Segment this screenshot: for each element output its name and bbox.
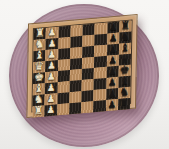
black-pawn-piece[interactable]: ♟ bbox=[109, 21, 118, 31]
black-pawn-piece[interactable]: ♟ bbox=[108, 66, 117, 76]
square-h5[interactable] bbox=[81, 101, 93, 113]
square-h2[interactable]: ♟ bbox=[45, 104, 57, 116]
white-pawn-piece[interactable]: ♟ bbox=[47, 49, 56, 59]
white-rook-piece[interactable]: ♜ bbox=[34, 104, 44, 116]
white-pawn-piece[interactable]: ♟ bbox=[47, 82, 56, 92]
square-h6[interactable] bbox=[93, 100, 105, 112]
black-pawn-piece[interactable]: ♟ bbox=[108, 77, 117, 87]
white-pawn-piece[interactable]: ♟ bbox=[47, 60, 56, 70]
square-h3[interactable] bbox=[57, 103, 69, 115]
white-pawn-piece[interactable]: ♟ bbox=[46, 104, 55, 114]
black-pawn-piece[interactable]: ♟ bbox=[108, 44, 117, 54]
board-grid: ♜♟♟♜♞♟♟♞♝♟♟♝♛♟♟♛♚♟♟♚♝♟♟♝♞♟♟♞♜♟♟♜ bbox=[31, 19, 132, 112]
black-pawn-piece[interactable]: ♟ bbox=[108, 55, 117, 65]
black-pawn-piece[interactable]: ♟ bbox=[108, 88, 117, 98]
chessboard: ♜♟♟♜♞♟♟♞♝♟♟♝♛♟♟♛♚♟♟♚♝♟♟♝♞♟♟♞♜♟♟♜ bbox=[26, 14, 137, 118]
white-pawn-piece[interactable]: ♟ bbox=[48, 38, 57, 48]
scene-background: ♜♟♟♜♞♟♟♞♝♟♟♝♛♟♟♛♚♟♟♚♝♟♟♝♞♟♟♞♜♟♟♜ bbox=[0, 0, 169, 149]
black-pawn-piece[interactable]: ♟ bbox=[107, 99, 116, 109]
white-pawn-piece[interactable]: ♟ bbox=[47, 71, 56, 81]
black-pawn-piece[interactable]: ♟ bbox=[109, 33, 118, 43]
board-wooden-frame: ♜♟♟♜♞♟♟♞♝♟♟♝♛♟♟♛♚♟♟♚♝♟♟♝♞♟♟♞♜♟♟♜ bbox=[26, 14, 137, 118]
white-pawn-piece[interactable]: ♟ bbox=[47, 93, 56, 103]
white-pawn-piece[interactable]: ♟ bbox=[48, 27, 57, 37]
square-h8[interactable]: ♜ bbox=[118, 98, 130, 110]
black-rook-piece[interactable]: ♜ bbox=[119, 97, 129, 109]
square-h4[interactable] bbox=[69, 102, 81, 114]
square-h7[interactable]: ♟ bbox=[106, 99, 118, 111]
square-h1[interactable]: ♜ bbox=[32, 105, 44, 117]
